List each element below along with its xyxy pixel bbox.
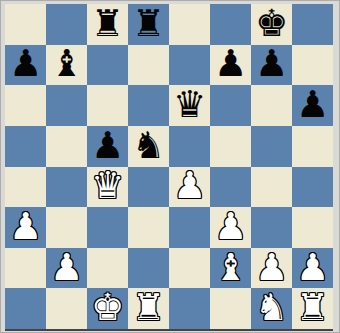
white-knight[interactable]: ♞ bbox=[255, 289, 288, 326]
square-e4[interactable]: ♟ bbox=[169, 167, 210, 208]
square-h3[interactable] bbox=[292, 207, 333, 248]
square-c7[interactable] bbox=[87, 45, 128, 86]
chess-board: ♜♜♚♟♝♟♟♛♟♟♞♛♟♟♟♟♝♟♟♚♜♞♜ bbox=[5, 4, 333, 331]
black-rook[interactable]: ♜ bbox=[132, 5, 165, 42]
black-pawn[interactable]: ♟ bbox=[214, 45, 247, 82]
square-a4[interactable] bbox=[5, 167, 46, 208]
square-c2[interactable] bbox=[87, 248, 128, 289]
black-bishop[interactable]: ♝ bbox=[50, 45, 83, 82]
square-b5[interactable] bbox=[46, 126, 87, 167]
square-h4[interactable] bbox=[292, 167, 333, 208]
square-d2[interactable] bbox=[128, 248, 169, 289]
square-d7[interactable] bbox=[128, 45, 169, 86]
square-b2[interactable]: ♟ bbox=[46, 248, 87, 289]
square-e7[interactable] bbox=[169, 45, 210, 86]
square-c1[interactable]: ♚ bbox=[87, 288, 128, 329]
square-f1[interactable] bbox=[210, 288, 251, 329]
square-e5[interactable] bbox=[169, 126, 210, 167]
square-e3[interactable] bbox=[169, 207, 210, 248]
square-g2[interactable]: ♟ bbox=[251, 248, 292, 289]
square-d6[interactable] bbox=[128, 85, 169, 126]
square-b6[interactable] bbox=[46, 85, 87, 126]
square-f2[interactable]: ♝ bbox=[210, 248, 251, 289]
square-c5[interactable]: ♟ bbox=[87, 126, 128, 167]
square-h2[interactable]: ♟ bbox=[292, 248, 333, 289]
square-b3[interactable] bbox=[46, 207, 87, 248]
square-b1[interactable] bbox=[46, 288, 87, 329]
black-rook[interactable]: ♜ bbox=[91, 5, 124, 42]
square-g8[interactable]: ♚ bbox=[251, 4, 292, 45]
square-h8[interactable] bbox=[292, 4, 333, 45]
square-b4[interactable] bbox=[46, 167, 87, 208]
square-a8[interactable] bbox=[5, 4, 46, 45]
square-h7[interactable] bbox=[292, 45, 333, 86]
white-pawn[interactable]: ♟ bbox=[214, 208, 247, 245]
white-bishop[interactable]: ♝ bbox=[214, 249, 247, 286]
white-rook[interactable]: ♜ bbox=[132, 289, 165, 326]
square-b8[interactable] bbox=[46, 4, 87, 45]
square-c6[interactable] bbox=[87, 85, 128, 126]
square-d4[interactable] bbox=[128, 167, 169, 208]
square-b7[interactable]: ♝ bbox=[46, 45, 87, 86]
square-d5[interactable]: ♞ bbox=[128, 126, 169, 167]
square-f8[interactable] bbox=[210, 4, 251, 45]
black-pawn[interactable]: ♟ bbox=[296, 86, 329, 123]
white-pawn[interactable]: ♟ bbox=[173, 167, 206, 204]
white-king[interactable]: ♚ bbox=[91, 289, 124, 326]
square-f7[interactable]: ♟ bbox=[210, 45, 251, 86]
square-f6[interactable] bbox=[210, 85, 251, 126]
square-h1[interactable]: ♜ bbox=[292, 288, 333, 329]
square-c8[interactable]: ♜ bbox=[87, 4, 128, 45]
white-pawn[interactable]: ♟ bbox=[255, 249, 288, 286]
square-e6[interactable]: ♛ bbox=[169, 85, 210, 126]
black-knight[interactable]: ♞ bbox=[132, 127, 165, 164]
black-queen[interactable]: ♛ bbox=[173, 86, 206, 123]
square-e2[interactable] bbox=[169, 248, 210, 289]
square-d1[interactable]: ♜ bbox=[128, 288, 169, 329]
square-g4[interactable] bbox=[251, 167, 292, 208]
black-pawn[interactable]: ♟ bbox=[91, 127, 124, 164]
square-a2[interactable] bbox=[5, 248, 46, 289]
square-h5[interactable] bbox=[292, 126, 333, 167]
square-e1[interactable] bbox=[169, 288, 210, 329]
square-a6[interactable] bbox=[5, 85, 46, 126]
black-pawn[interactable]: ♟ bbox=[9, 45, 42, 82]
square-g5[interactable] bbox=[251, 126, 292, 167]
square-a5[interactable] bbox=[5, 126, 46, 167]
square-f4[interactable] bbox=[210, 167, 251, 208]
square-a3[interactable]: ♟ bbox=[5, 207, 46, 248]
square-c4[interactable]: ♛ bbox=[87, 167, 128, 208]
square-g6[interactable] bbox=[251, 85, 292, 126]
square-f5[interactable] bbox=[210, 126, 251, 167]
chess-board-panel: ♜♜♚♟♝♟♟♛♟♟♞♛♟♟♟♟♝♟♟♚♜♞♜ bbox=[0, 0, 340, 333]
white-pawn[interactable]: ♟ bbox=[9, 208, 42, 245]
black-king[interactable]: ♚ bbox=[255, 5, 288, 42]
square-g1[interactable]: ♞ bbox=[251, 288, 292, 329]
black-pawn[interactable]: ♟ bbox=[255, 45, 288, 82]
white-pawn[interactable]: ♟ bbox=[296, 249, 329, 286]
square-h6[interactable]: ♟ bbox=[292, 85, 333, 126]
white-queen[interactable]: ♛ bbox=[91, 167, 124, 204]
square-g7[interactable]: ♟ bbox=[251, 45, 292, 86]
square-d8[interactable]: ♜ bbox=[128, 4, 169, 45]
white-rook[interactable]: ♜ bbox=[296, 289, 329, 326]
square-c3[interactable] bbox=[87, 207, 128, 248]
square-d3[interactable] bbox=[128, 207, 169, 248]
square-f3[interactable]: ♟ bbox=[210, 207, 251, 248]
square-g3[interactable] bbox=[251, 207, 292, 248]
square-e8[interactable] bbox=[169, 4, 210, 45]
square-a7[interactable]: ♟ bbox=[5, 45, 46, 86]
square-a1[interactable] bbox=[5, 288, 46, 329]
white-pawn[interactable]: ♟ bbox=[50, 249, 83, 286]
